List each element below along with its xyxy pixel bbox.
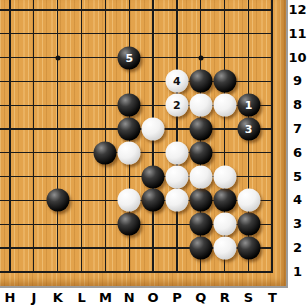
column-label: M [99,290,112,306]
move-number-label: 5 [125,52,133,63]
black-stone [189,70,212,93]
white-stone [165,165,188,188]
grid-line-vertical [9,0,10,273]
row-label: 2 [288,240,307,256]
row-label: 4 [288,192,307,208]
grid-line-vertical [176,0,177,273]
black-stone [189,213,212,236]
white-stone: 4 [165,70,188,93]
grid-line-vertical [81,0,82,273]
column-label: L [77,290,85,306]
white-stone [189,165,212,188]
black-stone [213,189,236,212]
row-label: 3 [288,216,307,232]
black-stone [213,70,236,93]
black-stone [189,141,212,164]
go-board[interactable]: 51342 [0,0,286,286]
black-stone [189,118,212,141]
grid-line-vertical [33,0,34,273]
row-label: 5 [288,169,307,185]
row-label: 11 [288,26,307,42]
star-point [55,55,60,60]
black-stone [118,118,141,141]
black-stone: 3 [237,118,260,141]
black-stone [189,189,212,212]
black-stone [46,189,69,212]
white-stone [213,94,236,117]
grid-line-horizontal [0,9,273,10]
move-number-label: 4 [173,76,181,87]
white-stone [118,141,141,164]
grid-line-vertical [57,0,58,273]
grid-line-horizontal [0,33,273,34]
grid-line-vertical [271,0,273,273]
white-stone [213,237,236,260]
move-number-label: 1 [245,100,253,111]
white-stone [118,189,141,212]
white-stone [237,189,260,212]
column-label: N [124,290,135,306]
column-label: O [148,290,159,306]
row-label: 10 [288,50,307,66]
column-label: S [244,290,253,306]
white-stone [213,165,236,188]
white-stone [213,213,236,236]
black-stone [189,237,212,260]
black-stone [94,141,117,164]
white-stone [165,189,188,212]
row-label: 1 [288,264,307,280]
row-label: 12 [288,2,307,18]
grid-line-horizontal [0,271,273,273]
white-stone [165,141,188,164]
black-stone [237,237,260,260]
white-stone [189,94,212,117]
black-stone: 1 [237,94,260,117]
row-label: 6 [288,145,307,161]
white-stone: 2 [165,94,188,117]
column-label: Q [195,290,206,306]
column-label: T [268,290,277,306]
go-diagram: 51342 HJKLMNOPQRST121110987654321 [0,0,308,308]
row-label: 9 [288,73,307,89]
column-label: R [220,290,230,306]
row-label: 7 [288,121,307,137]
move-number-label: 3 [245,124,253,135]
column-label: K [53,290,63,306]
black-stone: 5 [118,46,141,69]
move-number-label: 2 [173,100,181,111]
white-stone [142,118,165,141]
column-label: H [5,290,16,306]
black-stone [118,213,141,236]
column-label: J [31,290,36,306]
black-stone [142,189,165,212]
black-stone [142,165,165,188]
black-stone [118,94,141,117]
column-label: P [172,290,182,306]
black-stone [237,213,260,236]
star-point [198,55,203,60]
grid-line-vertical [105,0,106,273]
row-label: 8 [288,97,307,113]
